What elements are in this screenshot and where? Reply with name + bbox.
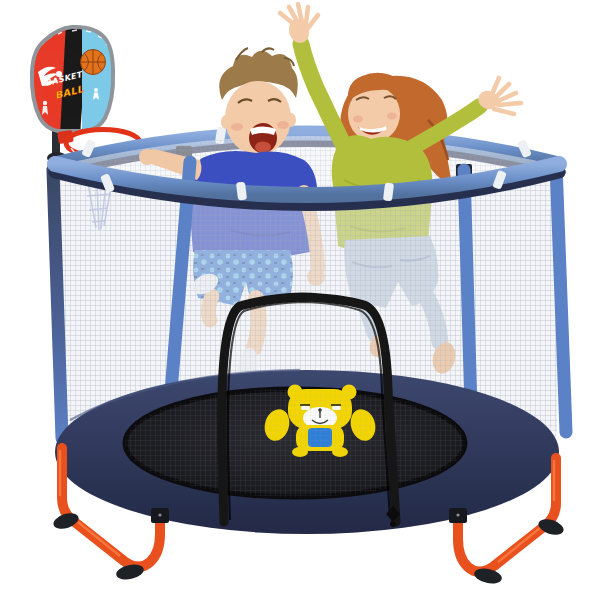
boy-ear	[221, 115, 231, 129]
trampoline-base	[55, 370, 559, 534]
trampoline-scene: BASKET BALL	[0, 0, 600, 600]
basketball-backboard: BASKET BALL	[28, 22, 118, 136]
girl-blush2	[387, 113, 397, 120]
boy-blush	[231, 123, 243, 131]
basketball-graphic	[81, 50, 106, 75]
net-pole-right	[556, 164, 566, 432]
net-pole-left	[53, 170, 62, 438]
boy-open-mouth	[249, 123, 277, 153]
boy-left-hand	[139, 149, 155, 165]
product-photo: BASKET BALL	[0, 0, 600, 600]
girl-blush	[353, 116, 363, 123]
boy-blush2	[277, 121, 289, 129]
mat-texture	[125, 389, 465, 497]
